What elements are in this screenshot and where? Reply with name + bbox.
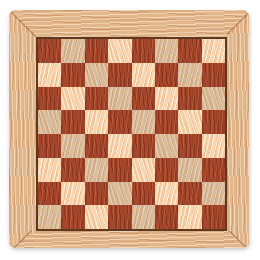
square-b3[interactable]	[61, 158, 84, 182]
square-e3[interactable]	[132, 158, 155, 182]
square-f8[interactable]	[155, 39, 178, 63]
square-f7[interactable]	[155, 63, 178, 87]
square-b4[interactable]	[61, 134, 84, 158]
square-a1[interactable]	[38, 205, 61, 229]
square-a2[interactable]	[38, 182, 61, 206]
board-frame-bottom	[9, 231, 249, 248]
square-b6[interactable]	[61, 87, 84, 111]
square-g6[interactable]	[178, 87, 201, 111]
square-d3[interactable]	[108, 158, 131, 182]
square-c7[interactable]	[85, 63, 108, 87]
square-e2[interactable]	[132, 182, 155, 206]
square-b5[interactable]	[61, 110, 84, 134]
square-b7[interactable]	[61, 63, 84, 87]
square-h4[interactable]	[202, 134, 225, 158]
square-e7[interactable]	[132, 63, 155, 87]
square-c5[interactable]	[85, 110, 108, 134]
square-g4[interactable]	[178, 134, 201, 158]
square-h1[interactable]	[202, 205, 225, 229]
square-f1[interactable]	[155, 205, 178, 229]
square-d4[interactable]	[108, 134, 131, 158]
square-a5[interactable]	[38, 110, 61, 134]
square-g1[interactable]	[178, 205, 201, 229]
playing-area	[36, 37, 227, 231]
board-frame-right	[227, 10, 249, 248]
square-c2[interactable]	[85, 182, 108, 206]
square-a3[interactable]	[38, 158, 61, 182]
square-g5[interactable]	[178, 110, 201, 134]
square-c8[interactable]	[85, 39, 108, 63]
square-b2[interactable]	[61, 182, 84, 206]
square-a7[interactable]	[38, 63, 61, 87]
square-c1[interactable]	[85, 205, 108, 229]
square-d2[interactable]	[108, 182, 131, 206]
square-h2[interactable]	[202, 182, 225, 206]
square-c4[interactable]	[85, 134, 108, 158]
square-d6[interactable]	[108, 87, 131, 111]
square-d1[interactable]	[108, 205, 131, 229]
square-f4[interactable]	[155, 134, 178, 158]
chess-board	[9, 10, 249, 248]
square-g2[interactable]	[178, 182, 201, 206]
square-a6[interactable]	[38, 87, 61, 111]
square-h8[interactable]	[202, 39, 225, 63]
square-a8[interactable]	[38, 39, 61, 63]
square-d5[interactable]	[108, 110, 131, 134]
square-a4[interactable]	[38, 134, 61, 158]
square-b1[interactable]	[61, 205, 84, 229]
square-g7[interactable]	[178, 63, 201, 87]
square-g3[interactable]	[178, 158, 201, 182]
square-e5[interactable]	[132, 110, 155, 134]
square-d8[interactable]	[108, 39, 131, 63]
square-h5[interactable]	[202, 110, 225, 134]
square-c6[interactable]	[85, 87, 108, 111]
board-frame-top	[9, 10, 249, 37]
square-e1[interactable]	[132, 205, 155, 229]
square-c3[interactable]	[85, 158, 108, 182]
square-f5[interactable]	[155, 110, 178, 134]
board-frame-left	[9, 10, 36, 248]
square-e8[interactable]	[132, 39, 155, 63]
square-h7[interactable]	[202, 63, 225, 87]
square-d7[interactable]	[108, 63, 131, 87]
square-h3[interactable]	[202, 158, 225, 182]
square-h6[interactable]	[202, 87, 225, 111]
square-f2[interactable]	[155, 182, 178, 206]
square-b8[interactable]	[61, 39, 84, 63]
photo-background	[0, 0, 260, 260]
square-e4[interactable]	[132, 134, 155, 158]
square-e6[interactable]	[132, 87, 155, 111]
square-f6[interactable]	[155, 87, 178, 111]
square-g8[interactable]	[178, 39, 201, 63]
square-f3[interactable]	[155, 158, 178, 182]
